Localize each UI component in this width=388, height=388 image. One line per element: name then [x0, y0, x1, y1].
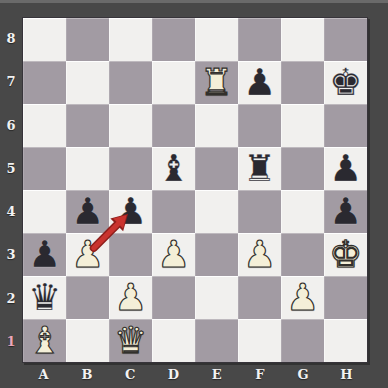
square-f2[interactable]: [238, 276, 281, 319]
rank-label-6: 6: [0, 104, 22, 147]
piece-black-pawn[interactable]: ♟: [329, 150, 362, 187]
square-a4[interactable]: [23, 190, 66, 233]
square-e7[interactable]: ♜: [195, 61, 238, 104]
square-h1[interactable]: [324, 319, 367, 362]
square-h8[interactable]: [324, 18, 367, 61]
square-g4[interactable]: [281, 190, 324, 233]
piece-white-king[interactable]: ♚: [329, 236, 362, 273]
square-b3[interactable]: ♟: [66, 233, 109, 276]
file-label-e: E: [195, 363, 238, 386]
square-a2[interactable]: ♛: [23, 276, 66, 319]
rank-label-8: 8: [0, 17, 22, 60]
square-f4[interactable]: [238, 190, 281, 233]
square-d7[interactable]: [152, 61, 195, 104]
square-c1[interactable]: ♛: [109, 319, 152, 362]
rank-label-4: 4: [0, 190, 22, 233]
square-f7[interactable]: ♟: [238, 61, 281, 104]
piece-black-bishop[interactable]: ♝: [157, 150, 190, 187]
square-e3[interactable]: [195, 233, 238, 276]
file-label-b: B: [65, 363, 108, 386]
square-h7[interactable]: ♚: [324, 61, 367, 104]
file-label-f: F: [238, 363, 281, 386]
square-h5[interactable]: ♟: [324, 147, 367, 190]
rank-label-7: 7: [0, 60, 22, 103]
piece-black-pawn[interactable]: ♟: [114, 193, 147, 230]
square-g6[interactable]: [281, 104, 324, 147]
piece-white-pawn[interactable]: ♟: [286, 279, 319, 316]
square-b1[interactable]: [66, 319, 109, 362]
square-b6[interactable]: [66, 104, 109, 147]
square-b4[interactable]: ♟: [66, 190, 109, 233]
square-d3[interactable]: ♟: [152, 233, 195, 276]
square-g7[interactable]: [281, 61, 324, 104]
square-f3[interactable]: ♟: [238, 233, 281, 276]
square-g2[interactable]: ♟: [281, 276, 324, 319]
square-d2[interactable]: [152, 276, 195, 319]
square-f5[interactable]: ♜: [238, 147, 281, 190]
square-b2[interactable]: [66, 276, 109, 319]
square-c7[interactable]: [109, 61, 152, 104]
file-labels: ABCDEFGH: [22, 363, 368, 386]
rank-label-2: 2: [0, 277, 22, 320]
square-a1[interactable]: ♝: [23, 319, 66, 362]
piece-white-pawn[interactable]: ♟: [71, 236, 104, 273]
square-c2[interactable]: ♟: [109, 276, 152, 319]
piece-white-bishop[interactable]: ♝: [28, 322, 61, 359]
square-c6[interactable]: [109, 104, 152, 147]
square-e1[interactable]: [195, 319, 238, 362]
piece-white-pawn[interactable]: ♟: [157, 236, 190, 273]
piece-black-pawn[interactable]: ♟: [71, 193, 104, 230]
square-c8[interactable]: [109, 18, 152, 61]
piece-white-rook[interactable]: ♜: [200, 64, 233, 101]
chess-app-window: 87654321 ♜♟♚♝♜♟♟♟♟♟♟♟♟♚♛♟♟♝♛ ABCDEFGH: [0, 0, 388, 388]
rank-label-3: 3: [0, 233, 22, 276]
square-e8[interactable]: [195, 18, 238, 61]
square-d5[interactable]: ♝: [152, 147, 195, 190]
chess-board: ♜♟♚♝♜♟♟♟♟♟♟♟♟♚♛♟♟♝♛: [22, 17, 368, 363]
square-a6[interactable]: [23, 104, 66, 147]
square-g8[interactable]: [281, 18, 324, 61]
square-d1[interactable]: [152, 319, 195, 362]
piece-black-pawn[interactable]: ♟: [28, 236, 61, 273]
square-d8[interactable]: [152, 18, 195, 61]
piece-white-pawn[interactable]: ♟: [114, 279, 147, 316]
square-h3[interactable]: ♚: [324, 233, 367, 276]
square-h2[interactable]: [324, 276, 367, 319]
square-d4[interactable]: [152, 190, 195, 233]
piece-black-queen[interactable]: ♛: [28, 279, 61, 316]
square-e4[interactable]: [195, 190, 238, 233]
square-c5[interactable]: [109, 147, 152, 190]
piece-black-pawn[interactable]: ♟: [243, 64, 276, 101]
piece-black-rook[interactable]: ♜: [243, 150, 276, 187]
square-a3[interactable]: ♟: [23, 233, 66, 276]
square-a7[interactable]: [23, 61, 66, 104]
square-d6[interactable]: [152, 104, 195, 147]
rank-label-5: 5: [0, 147, 22, 190]
square-c3[interactable]: [109, 233, 152, 276]
square-e2[interactable]: [195, 276, 238, 319]
piece-white-pawn[interactable]: ♟: [243, 236, 276, 273]
square-e5[interactable]: [195, 147, 238, 190]
square-h4[interactable]: ♟: [324, 190, 367, 233]
square-a8[interactable]: [23, 18, 66, 61]
rank-label-1: 1: [0, 320, 22, 363]
rank-labels: 87654321: [0, 17, 22, 363]
square-f1[interactable]: [238, 319, 281, 362]
file-label-h: H: [325, 363, 368, 386]
file-label-c: C: [109, 363, 152, 386]
square-g5[interactable]: [281, 147, 324, 190]
square-b5[interactable]: [66, 147, 109, 190]
piece-black-pawn[interactable]: ♟: [329, 193, 362, 230]
square-g1[interactable]: [281, 319, 324, 362]
piece-black-king[interactable]: ♚: [329, 64, 362, 101]
square-f6[interactable]: [238, 104, 281, 147]
square-f8[interactable]: [238, 18, 281, 61]
file-label-d: D: [152, 363, 195, 386]
square-b7[interactable]: [66, 61, 109, 104]
square-h6[interactable]: [324, 104, 367, 147]
square-g3[interactable]: [281, 233, 324, 276]
square-c4[interactable]: ♟: [109, 190, 152, 233]
square-e6[interactable]: [195, 104, 238, 147]
square-b8[interactable]: [66, 18, 109, 61]
square-a5[interactable]: [23, 147, 66, 190]
piece-white-queen[interactable]: ♛: [114, 322, 147, 359]
file-label-a: A: [22, 363, 65, 386]
file-label-g: G: [282, 363, 325, 386]
